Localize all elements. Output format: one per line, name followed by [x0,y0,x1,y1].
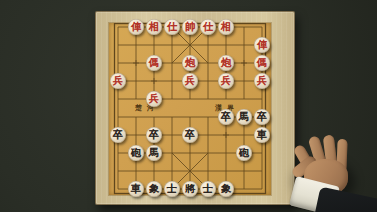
piece-black-soldier[interactable]: 卒 [182,127,198,143]
piece-black-chariot[interactable]: 車 [254,127,270,143]
piece-red-cannon[interactable]: 炮 [182,55,198,71]
piece-red-soldier[interactable]: 兵 [218,73,234,89]
piece-black-cannon[interactable]: 砲 [236,145,252,161]
piece-red-soldier[interactable]: 兵 [182,73,198,89]
piece-black-elephant[interactable]: 象 [218,181,234,197]
piece-red-chariot[interactable]: 俥 [128,19,144,35]
piece-black-advisor[interactable]: 士 [200,181,216,197]
piece-black-horse[interactable]: 馬 [236,109,252,125]
piece-black-soldier[interactable]: 卒 [254,109,270,125]
piece-black-soldier[interactable]: 卒 [218,109,234,125]
piece-black-cannon[interactable]: 砲 [128,145,144,161]
piece-red-elephant[interactable]: 相 [218,19,234,35]
piece-black-general[interactable]: 將 [182,181,198,197]
piece-black-elephant[interactable]: 象 [146,181,162,197]
piece-red-chariot[interactable]: 俥 [254,37,270,53]
piece-red-advisor[interactable]: 仕 [164,19,180,35]
piece-red-elephant[interactable]: 相 [146,19,162,35]
piece-red-soldier[interactable]: 兵 [254,73,270,89]
piece-black-soldier[interactable]: 卒 [146,127,162,143]
presenter-hand [291,131,377,212]
piece-red-soldier[interactable]: 兵 [146,91,162,107]
piece-red-general[interactable]: 帥 [182,19,198,35]
piece-red-soldier[interactable]: 兵 [110,73,126,89]
piece-black-chariot[interactable]: 車 [128,181,144,197]
piece-red-cannon[interactable]: 炮 [218,55,234,71]
piece-black-horse[interactable]: 馬 [146,145,162,161]
piece-red-horse[interactable]: 傌 [254,55,270,71]
piece-black-advisor[interactable]: 士 [164,181,180,197]
piece-red-horse[interactable]: 傌 [146,55,162,71]
xiangqi-board: 楚河 漢界 俥相仕帥仕相俥傌炮炮傌兵兵兵兵兵卒馬卒卒卒卒車砲馬砲車象士將士象 [95,11,295,205]
board-field: 楚河 漢界 俥相仕帥仕相俥傌炮炮傌兵兵兵兵兵卒馬卒卒卒卒車砲馬砲車象士將士象 [109,23,271,195]
piece-red-advisor[interactable]: 仕 [200,19,216,35]
piece-black-soldier[interactable]: 卒 [110,127,126,143]
video-frame: 楚河 漢界 俥相仕帥仕相俥傌炮炮傌兵兵兵兵兵卒馬卒卒卒卒車砲馬砲車象士將士象 [0,0,377,212]
